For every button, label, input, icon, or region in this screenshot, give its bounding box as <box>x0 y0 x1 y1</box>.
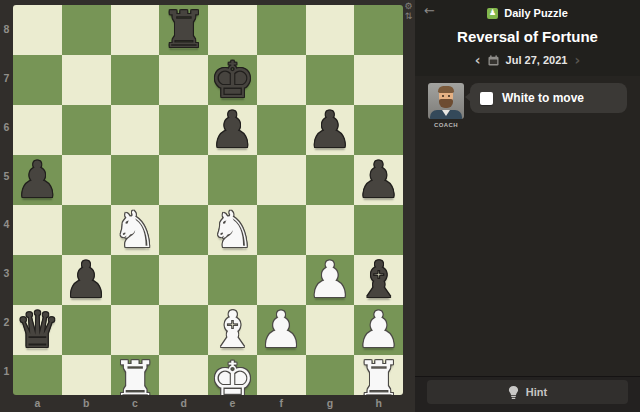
square-c7[interactable] <box>111 55 160 105</box>
square-a8[interactable] <box>13 5 62 55</box>
white-pawn[interactable]: ♟ <box>356 305 401 355</box>
to-move-text: White to move <box>502 91 584 105</box>
lightbulb-icon <box>508 386 519 399</box>
square-a6[interactable] <box>13 105 62 155</box>
rank-label-8: 8 <box>0 5 13 54</box>
square-d7[interactable] <box>159 55 208 105</box>
square-b2[interactable] <box>62 305 111 355</box>
rank-label-6: 6 <box>0 103 13 152</box>
square-d4[interactable] <box>159 205 208 255</box>
square-g6[interactable]: ♟ <box>306 105 355 155</box>
file-label-b: b <box>62 394 111 411</box>
white-king[interactable]: ♚ <box>210 355 255 395</box>
rank-label-7: 7 <box>0 54 13 103</box>
white-rook[interactable]: ♜ <box>356 355 401 395</box>
square-e1[interactable]: ♚ <box>208 355 257 395</box>
square-g5[interactable] <box>306 155 355 205</box>
square-e2[interactable]: ♝ <box>208 305 257 355</box>
square-a7[interactable] <box>13 55 62 105</box>
square-b8[interactable] <box>62 5 111 55</box>
square-c8[interactable] <box>111 5 160 55</box>
coach-row: COACH White to move <box>428 83 627 128</box>
square-h3[interactable]: ♝ <box>354 255 403 305</box>
white-side-indicator <box>480 92 493 105</box>
daily-puzzle-page: 87654321 ♜♚♟♟♟♟♞♞♟♟♝♛♝♟♟♜♚♜ abcdefgh ⚙ ⇅… <box>0 0 640 412</box>
square-d5[interactable] <box>159 155 208 205</box>
sidebar-content: COACH White to move <box>415 76 640 376</box>
square-f3[interactable] <box>257 255 306 305</box>
square-f1[interactable] <box>257 355 306 395</box>
square-a2[interactable]: ♛ <box>13 305 62 355</box>
sidebar-header: ← ♟ Daily Puzzle Reversal of Fortune ‹ J… <box>415 0 640 76</box>
board-pane: 87654321 ♜♚♟♟♟♟♞♞♟♟♝♛♝♟♟♜♚♜ abcdefgh ⚙ ⇅ <box>0 0 415 412</box>
puzzle-sidebar: ← ♟ Daily Puzzle Reversal of Fortune ‹ J… <box>415 0 640 412</box>
rank-label-3: 3 <box>0 249 13 298</box>
square-f6[interactable] <box>257 105 306 155</box>
rank-coordinates: 87654321 <box>0 5 13 395</box>
daily-puzzle-heading: ♟ Daily Puzzle <box>425 6 630 20</box>
square-e7[interactable]: ♚ <box>208 55 257 105</box>
chess-board: ♜♚♟♟♟♟♞♞♟♟♝♛♝♟♟♜♚♜ <box>13 5 403 395</box>
white-knight[interactable]: ♞ <box>112 205 157 255</box>
black-pawn[interactable]: ♟ <box>15 155 60 205</box>
square-b5[interactable] <box>62 155 111 205</box>
square-e5[interactable] <box>208 155 257 205</box>
square-f4[interactable] <box>257 205 306 255</box>
sidebar-footer: Hint <box>415 376 640 412</box>
file-label-c: c <box>111 394 160 411</box>
file-label-g: g <box>306 394 355 411</box>
square-d2[interactable] <box>159 305 208 355</box>
file-label-h: h <box>354 394 403 411</box>
rank-label-1: 1 <box>0 346 13 395</box>
square-c2[interactable] <box>111 305 160 355</box>
file-coordinates: abcdefgh <box>13 394 403 411</box>
white-bishop[interactable]: ♝ <box>210 305 255 355</box>
coach-tile: COACH <box>428 83 464 128</box>
square-h1[interactable]: ♜ <box>354 355 403 395</box>
square-a4[interactable] <box>13 205 62 255</box>
square-b7[interactable] <box>62 55 111 105</box>
square-a3[interactable] <box>13 255 62 305</box>
square-h5[interactable]: ♟ <box>354 155 403 205</box>
square-h7[interactable] <box>354 55 403 105</box>
square-g1[interactable] <box>306 355 355 395</box>
rank-label-5: 5 <box>0 151 13 200</box>
square-h4[interactable] <box>354 205 403 255</box>
file-label-a: a <box>13 394 62 411</box>
rank-label-4: 4 <box>0 200 13 249</box>
square-h6[interactable] <box>354 105 403 155</box>
coach-avatar <box>428 83 464 119</box>
square-c5[interactable] <box>111 155 160 205</box>
board-toolbar: ⚙ ⇅ <box>402 1 415 21</box>
square-d8[interactable]: ♜ <box>159 5 208 55</box>
black-pawn[interactable]: ♟ <box>356 155 401 205</box>
white-pawn[interactable]: ♟ <box>307 255 352 305</box>
file-label-d: d <box>159 394 208 411</box>
black-pawn[interactable]: ♟ <box>307 105 352 155</box>
square-f2[interactable]: ♟ <box>257 305 306 355</box>
flip-board-icon[interactable]: ⇅ <box>405 11 413 21</box>
square-b6[interactable] <box>62 105 111 155</box>
date-navigation: ‹ Jul 27, 2021 › <box>425 53 630 67</box>
file-label-e: e <box>208 394 257 411</box>
square-e3[interactable] <box>208 255 257 305</box>
white-pawn[interactable]: ♟ <box>259 305 304 355</box>
puzzle-date: Jul 27, 2021 <box>506 54 568 66</box>
square-h2[interactable]: ♟ <box>354 305 403 355</box>
rank-label-2: 2 <box>0 298 13 347</box>
square-b3[interactable]: ♟ <box>62 255 111 305</box>
square-e4[interactable]: ♞ <box>208 205 257 255</box>
black-rook[interactable]: ♜ <box>161 5 206 55</box>
square-c6[interactable] <box>111 105 160 155</box>
square-f5[interactable] <box>257 155 306 205</box>
square-f8[interactable] <box>257 5 306 55</box>
black-pawn[interactable]: ♟ <box>210 105 255 155</box>
square-c3[interactable] <box>111 255 160 305</box>
square-e8[interactable] <box>208 5 257 55</box>
daily-puzzle-icon: ♟ <box>487 8 498 19</box>
square-g3[interactable]: ♟ <box>306 255 355 305</box>
square-g7[interactable] <box>306 55 355 105</box>
next-puzzle-chevron[interactable]: › <box>574 54 580 66</box>
square-h8[interactable] <box>354 5 403 55</box>
square-g4[interactable] <box>306 205 355 255</box>
white-knight[interactable]: ♞ <box>210 205 255 255</box>
square-b1[interactable] <box>62 355 111 395</box>
hint-button[interactable]: Hint <box>427 380 628 404</box>
square-d6[interactable] <box>159 105 208 155</box>
square-b4[interactable] <box>62 205 111 255</box>
file-label-f: f <box>257 394 306 411</box>
coach-message-bubble: White to move <box>470 83 627 113</box>
square-c4[interactable]: ♞ <box>111 205 160 255</box>
bubble-tail <box>465 92 471 102</box>
calendar-icon <box>488 55 499 66</box>
black-king[interactable]: ♚ <box>210 55 255 105</box>
hint-label: Hint <box>526 386 547 398</box>
square-d3[interactable] <box>159 255 208 305</box>
square-a1[interactable] <box>13 355 62 395</box>
square-d1[interactable] <box>159 355 208 395</box>
back-arrow-icon[interactable]: ← <box>424 3 435 18</box>
white-rook[interactable]: ♜ <box>112 355 157 395</box>
black-bishop[interactable]: ♝ <box>356 255 401 305</box>
puzzle-title: Reversal of Fortune <box>425 28 630 45</box>
square-g2[interactable] <box>306 305 355 355</box>
square-c1[interactable]: ♜ <box>111 355 160 395</box>
coach-caption: COACH <box>428 122 464 128</box>
black-pawn[interactable]: ♟ <box>64 255 109 305</box>
black-queen[interactable]: ♛ <box>15 305 60 355</box>
square-g8[interactable] <box>306 5 355 55</box>
previous-puzzle-chevron[interactable]: ‹ <box>475 54 481 66</box>
settings-icon[interactable]: ⚙ <box>404 1 412 11</box>
daily-puzzle-label: Daily Puzzle <box>504 7 568 19</box>
square-a5[interactable]: ♟ <box>13 155 62 205</box>
square-e6[interactable]: ♟ <box>208 105 257 155</box>
square-f7[interactable] <box>257 55 306 105</box>
